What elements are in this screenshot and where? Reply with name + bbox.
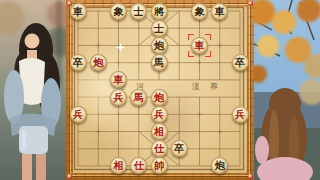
- piece-red-馬-c3r5[interactable]: 馬: [130, 89, 147, 106]
- app-screen: 楚 河 漢 界 車象士將象車士炮卒馬卒卒炮車炮車兵馬炮兵兵兵相仕相仕帥: [0, 0, 320, 180]
- piece-red-相-c4r7[interactable]: 相: [151, 123, 168, 140]
- piece-red-仕-c4r8[interactable]: 仕: [151, 140, 168, 157]
- piece-black-象-c6r0[interactable]: 象: [191, 3, 208, 20]
- piece-black-炮-c4r2[interactable]: 炮: [151, 37, 168, 54]
- right-photo: [254, 0, 320, 180]
- piece-black-士-c3r0[interactable]: 士: [130, 3, 147, 20]
- piece-black-士-c4r1[interactable]: 士: [151, 20, 168, 37]
- right-photo-art: [254, 0, 320, 180]
- river-label-right: 漢 界: [192, 81, 222, 92]
- piece-red-兵-c2r5[interactable]: 兵: [110, 89, 127, 106]
- piece-red-車-c6r2[interactable]: 車: [191, 37, 208, 54]
- xiangqi-board: 楚 河 漢 界 車象士將象車士炮卒馬卒卒炮車炮車兵馬炮兵兵兵相仕相仕帥: [66, 0, 254, 180]
- piece-black-車-c0r0[interactable]: 車: [70, 3, 87, 20]
- piece-black-卒-c0r3[interactable]: 卒: [70, 54, 87, 71]
- piece-red-兵-c8r6[interactable]: 兵: [232, 106, 249, 123]
- piece-red-兵-c0r6[interactable]: 兵: [70, 106, 87, 123]
- piece-black-象-c2r0[interactable]: 象: [110, 3, 127, 20]
- piece-black-卒-c8r3[interactable]: 卒: [232, 54, 249, 71]
- piece-black-馬-c4r3[interactable]: 馬: [151, 54, 168, 71]
- left-photo-art: [0, 0, 66, 180]
- piece-red-兵-c4r6[interactable]: 兵: [151, 106, 168, 123]
- piece-red-炮-c4r5[interactable]: 炮: [151, 89, 168, 106]
- piece-black-車-c7r0[interactable]: 車: [211, 3, 228, 20]
- piece-black-將-c4r0[interactable]: 將: [151, 3, 168, 20]
- piece-red-帥-c4r9[interactable]: 帥: [151, 157, 168, 174]
- left-photo: [0, 0, 66, 180]
- piece-red-炮-c1r3[interactable]: 炮: [90, 54, 107, 71]
- piece-black-卒-c5r8[interactable]: 卒: [171, 140, 188, 157]
